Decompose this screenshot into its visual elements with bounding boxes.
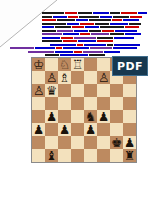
piece-white-pawn: ♙ [32,84,45,97]
link-text-segment[interactable] [60,54,88,56]
text-segment [115,30,137,32]
text-segment [100,16,112,18]
square-a3: ♟ [32,123,45,136]
square-d1 [71,149,84,162]
text-segment [83,51,103,53]
square-e6 [84,84,97,97]
text-segment [110,12,120,14]
text-segment [68,16,78,18]
text-segment [114,37,134,39]
square-a2 [32,136,45,149]
square-a5 [32,97,45,110]
square-h5 [123,97,136,110]
text-segment [85,26,99,28]
text-segment [112,19,122,21]
text-segment [102,30,114,32]
square-c7: ♗ [58,71,71,84]
square-g2: ♚ [110,136,123,149]
text-segment [42,33,62,35]
square-e3: ♟ [84,123,97,136]
square-c6 [58,84,71,97]
text-segment [125,26,139,28]
text-segment [76,19,88,21]
text-segment [138,12,147,14]
text-segment [110,33,124,35]
document-page: ♔♘♖♙♗♙♙♛♟♞♟♟♟♟♚♟♝♜ PDF [0,0,149,198]
text-segment [130,16,142,18]
text-line-9 [42,40,120,42]
text-segment [63,40,77,42]
page-corner-fold [0,0,60,50]
piece-white-bishop: ♗ [58,71,71,84]
square-g1 [110,149,123,162]
square-g4 [110,110,123,123]
square-f1 [97,149,110,162]
text-segment [42,16,52,18]
pdf-badge[interactable]: PDF [112,56,148,76]
text-segment [65,12,77,14]
piece-black-queen: ♛ [45,84,58,97]
square-a6: ♙ [32,84,45,97]
piece-black-pawn: ♟ [32,123,45,136]
text-segment [100,26,124,28]
text-segment [74,37,96,39]
square-f6 [97,84,110,97]
piece-black-bishop: ♝ [45,149,58,162]
text-segment [114,44,140,46]
piece-black-rook: ♜ [123,149,136,162]
text-segment [56,47,62,49]
square-e7 [84,71,97,84]
text-segment [42,40,62,42]
text-segment [97,37,113,39]
square-d8: ♖ [71,58,84,71]
text-segment [74,30,88,32]
square-f3 [97,123,110,136]
text-segment [63,47,89,49]
text-segment [110,23,128,25]
text-segment [107,44,113,46]
text-segment [42,12,64,14]
square-e8 [84,58,97,71]
text-segment [104,51,120,53]
text-segment [78,12,92,14]
square-f2 [97,136,110,149]
text-segment [35,47,55,49]
square-a8: ♔ [32,58,45,71]
text-line-2 [42,16,147,18]
text-segment [113,47,137,49]
text-segment [74,51,82,53]
square-f7: ♙ [97,71,110,84]
square-d3 [71,123,84,136]
square-g6 [110,84,123,97]
square-d2 [71,136,84,149]
text-segment [78,40,96,42]
text-segment [77,44,83,46]
square-d6 [71,84,84,97]
piece-white-rook: ♖ [71,58,84,71]
text-line-11 [10,47,147,49]
text-segment [89,30,101,32]
text-segment [55,26,71,28]
square-c5 [58,97,71,110]
text-line-3 [42,19,147,21]
text-segment [45,54,59,56]
text-segment [42,26,54,28]
piece-black-pawn: ♟ [58,123,71,136]
text-segment [53,16,67,18]
text-segment [89,19,111,21]
text-segment [93,12,109,14]
text-segment [89,54,105,56]
square-d7 [71,71,84,84]
square-h1: ♜ [123,149,136,162]
text-segment [121,12,137,14]
square-b1: ♝ [45,149,58,162]
text-line-10 [50,44,147,46]
text-line-1 [42,12,147,14]
text-segment [57,19,75,21]
pdf-badge-label: PDF [117,60,143,73]
square-c3: ♟ [58,123,71,136]
piece-white-pawn: ♙ [97,71,110,84]
text-segment [28,51,54,53]
text-segment [95,23,109,25]
text-segment [97,40,113,42]
text-segment [42,37,60,39]
text-segment [80,33,90,35]
square-f4: ♟ [97,110,110,123]
square-b3 [45,123,58,136]
text-segment [10,47,34,49]
square-d5 [71,97,84,110]
text-segment [50,44,76,46]
text-line-7 [42,33,147,35]
piece-black-pawn: ♟ [84,123,97,136]
text-segment [63,33,79,35]
square-b4: ♟ [45,110,58,123]
text-segment [42,19,56,21]
text-segment [42,23,66,25]
square-h4 [123,110,136,123]
square-a1 [32,149,45,162]
text-line-8 [42,37,147,39]
text-segment [80,23,94,25]
text-segment [67,23,79,25]
text-segment [129,23,141,25]
text-segment [91,33,109,35]
piece-black-king: ♚ [110,136,123,149]
text-segment [90,47,112,49]
square-c1 [58,149,71,162]
text-segment [42,30,56,32]
square-h6 [123,84,136,97]
text-segment [55,51,73,53]
text-segment [57,30,73,32]
text-segment [125,33,141,35]
square-g5 [110,97,123,110]
square-e2 [84,136,97,149]
text-segment [79,16,99,18]
text-segment [113,16,129,18]
piece-black-pawn: ♟ [97,110,110,123]
text-segment [123,19,139,21]
text-segment [72,26,84,28]
text-line-12 [28,51,128,53]
text-segment [61,37,73,39]
text-segment [84,44,106,46]
square-c2 [58,136,71,149]
piece-black-pawn: ♟ [45,110,58,123]
text-line-6 [42,30,147,32]
square-e1 [84,149,97,162]
square-b6: ♛ [45,84,58,97]
square-d4 [71,110,84,123]
text-line-5 [42,26,147,28]
piece-white-king: ♔ [32,58,45,71]
text-line-4 [42,23,147,25]
text-line-13 [45,54,112,56]
